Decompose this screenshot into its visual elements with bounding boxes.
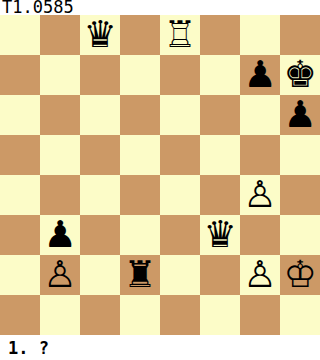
square-d3[interactable] <box>120 215 160 255</box>
square-a5[interactable] <box>0 135 40 175</box>
white-pawn: ♙ <box>240 255 280 295</box>
footer-bar: 1. ? <box>0 335 320 360</box>
square-h7[interactable]: ♚ <box>280 55 320 95</box>
black-queen: ♛ <box>80 15 120 55</box>
square-d7[interactable] <box>120 55 160 95</box>
square-d1[interactable] <box>120 295 160 335</box>
move-prompt: 1. ? <box>8 338 49 358</box>
square-a4[interactable] <box>0 175 40 215</box>
square-c5[interactable] <box>80 135 120 175</box>
square-b6[interactable] <box>40 95 80 135</box>
square-d4[interactable] <box>120 175 160 215</box>
square-h2[interactable]: ♔ <box>280 255 320 295</box>
square-h6[interactable]: ♟ <box>280 95 320 135</box>
white-king: ♔ <box>280 255 320 295</box>
square-b1[interactable] <box>40 295 80 335</box>
square-c1[interactable] <box>80 295 120 335</box>
white-rook: ♖ <box>160 15 200 55</box>
square-f1[interactable] <box>200 295 240 335</box>
square-a8[interactable] <box>0 15 40 55</box>
square-b2[interactable]: ♙ <box>40 255 80 295</box>
square-h5[interactable] <box>280 135 320 175</box>
square-c7[interactable] <box>80 55 120 95</box>
square-b7[interactable] <box>40 55 80 95</box>
square-f4[interactable] <box>200 175 240 215</box>
square-b5[interactable] <box>40 135 80 175</box>
square-a2[interactable] <box>0 255 40 295</box>
black-king: ♚ <box>280 55 320 95</box>
square-d6[interactable] <box>120 95 160 135</box>
square-a6[interactable] <box>0 95 40 135</box>
square-e2[interactable] <box>160 255 200 295</box>
square-f6[interactable] <box>200 95 240 135</box>
square-c6[interactable] <box>80 95 120 135</box>
square-g5[interactable] <box>240 135 280 175</box>
title-bar: T1.0585 <box>0 0 320 15</box>
square-h4[interactable] <box>280 175 320 215</box>
chess-puzzle-app: T1.0585 ♛♖♟♚♟♙♟♛♙♜♙♔ 1. ? <box>0 0 320 360</box>
square-e1[interactable] <box>160 295 200 335</box>
black-pawn: ♟ <box>40 215 80 255</box>
square-f7[interactable] <box>200 55 240 95</box>
square-e3[interactable] <box>160 215 200 255</box>
square-h1[interactable] <box>280 295 320 335</box>
black-pawn: ♟ <box>240 55 280 95</box>
square-f8[interactable] <box>200 15 240 55</box>
black-pawn: ♟ <box>280 95 320 135</box>
square-b3[interactable]: ♟ <box>40 215 80 255</box>
square-g1[interactable] <box>240 295 280 335</box>
square-c8[interactable]: ♛ <box>80 15 120 55</box>
square-c3[interactable] <box>80 215 120 255</box>
square-d5[interactable] <box>120 135 160 175</box>
black-rook: ♜ <box>120 255 160 295</box>
square-g7[interactable]: ♟ <box>240 55 280 95</box>
square-f2[interactable] <box>200 255 240 295</box>
square-a7[interactable] <box>0 55 40 95</box>
square-g2[interactable]: ♙ <box>240 255 280 295</box>
square-b8[interactable] <box>40 15 80 55</box>
square-f3[interactable]: ♛ <box>200 215 240 255</box>
square-b4[interactable] <box>40 175 80 215</box>
puzzle-id: T1.0585 <box>2 0 74 15</box>
black-queen: ♛ <box>200 215 240 255</box>
square-d2[interactable]: ♜ <box>120 255 160 295</box>
chess-board: ♛♖♟♚♟♙♟♛♙♜♙♔ <box>0 15 320 335</box>
square-c2[interactable] <box>80 255 120 295</box>
square-e7[interactable] <box>160 55 200 95</box>
square-e4[interactable] <box>160 175 200 215</box>
square-a1[interactable] <box>0 295 40 335</box>
square-h8[interactable] <box>280 15 320 55</box>
square-h3[interactable] <box>280 215 320 255</box>
square-e5[interactable] <box>160 135 200 175</box>
square-c4[interactable] <box>80 175 120 215</box>
square-e6[interactable] <box>160 95 200 135</box>
square-g8[interactable] <box>240 15 280 55</box>
white-pawn: ♙ <box>40 255 80 295</box>
square-e8[interactable]: ♖ <box>160 15 200 55</box>
square-a3[interactable] <box>0 215 40 255</box>
square-g4[interactable]: ♙ <box>240 175 280 215</box>
square-f5[interactable] <box>200 135 240 175</box>
white-pawn: ♙ <box>240 175 280 215</box>
square-g6[interactable] <box>240 95 280 135</box>
square-d8[interactable] <box>120 15 160 55</box>
square-g3[interactable] <box>240 215 280 255</box>
